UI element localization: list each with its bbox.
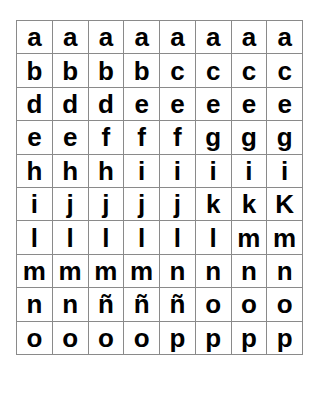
cell-letter: e	[277, 91, 291, 117]
cell-letter: n	[277, 258, 293, 284]
cell-letter: k	[206, 191, 220, 217]
cell-letter: a	[99, 24, 113, 50]
cell-letter: e	[63, 124, 77, 150]
cell-letter: i	[174, 158, 181, 184]
grid-cell: j	[53, 188, 89, 221]
cell-letter: e	[27, 124, 41, 150]
grid-cell: o	[232, 288, 268, 321]
cell-letter: n	[62, 291, 78, 317]
grid-cell: b	[17, 54, 53, 87]
grid-cell: b	[89, 54, 125, 87]
grid-cell: l	[160, 221, 196, 254]
cell-letter: l	[174, 225, 181, 251]
cell-letter: o	[241, 291, 257, 317]
cell-letter: K	[275, 191, 294, 217]
grid-cell: j	[160, 188, 196, 221]
grid-cell: K	[267, 188, 303, 221]
grid-cell: d	[89, 88, 125, 121]
grid-cell: c	[267, 54, 303, 87]
cell-letter: d	[62, 91, 78, 117]
grid-cell: e	[196, 88, 232, 121]
cell-letter: c	[206, 58, 220, 84]
cell-letter: n	[169, 258, 185, 284]
cell-letter: m	[59, 258, 82, 284]
cell-letter: l	[210, 225, 217, 251]
cell-letter: e	[134, 91, 148, 117]
cell-letter: o	[134, 325, 150, 351]
grid-cell: a	[17, 21, 53, 54]
cell-letter: ñ	[98, 291, 114, 317]
grid-cell: d	[53, 88, 89, 121]
cell-letter: p	[169, 325, 185, 351]
cell-letter: l	[31, 225, 38, 251]
grid-cell: f	[124, 121, 160, 154]
grid-cell: a	[232, 21, 268, 54]
cell-letter: c	[242, 58, 256, 84]
cell-letter: a	[27, 24, 41, 50]
cell-letter: e	[206, 91, 220, 117]
cell-letter: b	[26, 58, 42, 84]
grid-cell: o	[17, 322, 53, 355]
grid-cell: p	[232, 322, 268, 355]
grid-cell: m	[267, 221, 303, 254]
cell-letter: f	[102, 124, 111, 150]
cell-letter: l	[138, 225, 145, 251]
cell-letter: g	[241, 124, 257, 150]
grid-cell: j	[124, 188, 160, 221]
grid-cell: m	[53, 255, 89, 288]
cell-letter: m	[273, 225, 296, 251]
grid-cell: o	[196, 288, 232, 321]
grid-cell: n	[267, 255, 303, 288]
cell-letter: d	[26, 91, 42, 117]
cell-letter: p	[205, 325, 221, 351]
cell-letter: i	[31, 191, 38, 217]
cell-letter: o	[205, 291, 221, 317]
grid-cell: l	[124, 221, 160, 254]
cell-letter: a	[206, 24, 220, 50]
cell-letter: j	[102, 191, 109, 217]
cell-letter: h	[98, 158, 114, 184]
grid-cell: h	[53, 155, 89, 188]
grid-cell: g	[267, 121, 303, 154]
grid-cell: h	[89, 155, 125, 188]
grid-cell: o	[89, 322, 125, 355]
grid-cell: i	[124, 155, 160, 188]
grid-cell: a	[53, 21, 89, 54]
cell-letter: g	[277, 124, 293, 150]
cell-letter: p	[277, 325, 293, 351]
grid-cell: p	[196, 322, 232, 355]
grid-cell: o	[267, 288, 303, 321]
cell-letter: m	[94, 258, 117, 284]
worksheet-page: aaaaaaaabbbbccccdddeeeeeeefffggghhhiiiii…	[0, 0, 320, 414]
grid-cell: n	[160, 255, 196, 288]
cell-letter: l	[102, 225, 109, 251]
cell-letter: n	[205, 258, 221, 284]
grid-cell: m	[89, 255, 125, 288]
grid-cell: d	[17, 88, 53, 121]
grid-cell: a	[160, 21, 196, 54]
cell-letter: d	[98, 91, 114, 117]
cell-letter: e	[242, 91, 256, 117]
grid-cell: a	[267, 21, 303, 54]
cell-letter: i	[281, 158, 288, 184]
grid-cell: i	[232, 155, 268, 188]
grid-cell: n	[232, 255, 268, 288]
grid-cell: f	[160, 121, 196, 154]
grid-cell: n	[17, 288, 53, 321]
grid-cell: i	[160, 155, 196, 188]
cell-letter: j	[67, 191, 74, 217]
cell-letter: c	[277, 58, 291, 84]
grid-cell: k	[232, 188, 268, 221]
grid-cell: b	[53, 54, 89, 87]
cell-letter: a	[277, 24, 291, 50]
cell-letter: j	[138, 191, 145, 217]
grid-cell: a	[196, 21, 232, 54]
cell-letter: o	[62, 325, 78, 351]
grid-cell: e	[53, 121, 89, 154]
cell-letter: ñ	[134, 291, 150, 317]
cell-letter: b	[134, 58, 150, 84]
cell-letter: c	[170, 58, 184, 84]
cell-letter: i	[210, 158, 217, 184]
letter-grid: aaaaaaaabbbbccccdddeeeeeeefffggghhhiiiii…	[16, 20, 303, 355]
cell-letter: m	[23, 258, 46, 284]
cell-letter: a	[134, 24, 148, 50]
grid-cell: ñ	[89, 288, 125, 321]
cell-letter: a	[63, 24, 77, 50]
grid-cell: g	[196, 121, 232, 154]
cell-letter: n	[26, 291, 42, 317]
grid-cell: l	[196, 221, 232, 254]
grid-cell: i	[267, 155, 303, 188]
grid-cell: c	[232, 54, 268, 87]
cell-letter: p	[241, 325, 257, 351]
cell-letter: e	[170, 91, 184, 117]
cell-letter: o	[26, 325, 42, 351]
grid-cell: b	[124, 54, 160, 87]
grid-cell: g	[232, 121, 268, 154]
grid-cell: l	[89, 221, 125, 254]
cell-letter: h	[62, 158, 78, 184]
cell-letter: b	[62, 58, 78, 84]
grid-cell: l	[53, 221, 89, 254]
grid-cell: f	[89, 121, 125, 154]
grid-cell: e	[17, 121, 53, 154]
cell-letter: l	[67, 225, 74, 251]
grid-cell: l	[17, 221, 53, 254]
grid-cell: j	[89, 188, 125, 221]
grid-cell: n	[53, 288, 89, 321]
cell-letter: k	[242, 191, 256, 217]
grid-cell: c	[160, 54, 196, 87]
grid-cell: p	[160, 322, 196, 355]
grid-cell: i	[196, 155, 232, 188]
cell-letter: i	[245, 158, 252, 184]
grid-cell: e	[124, 88, 160, 121]
grid-cell: n	[196, 255, 232, 288]
cell-letter: o	[98, 325, 114, 351]
cell-letter: j	[174, 191, 181, 217]
cell-letter: o	[277, 291, 293, 317]
grid-cell: e	[232, 88, 268, 121]
grid-cell: c	[196, 54, 232, 87]
cell-letter: m	[237, 225, 260, 251]
grid-cell: h	[17, 155, 53, 188]
grid-cell: e	[160, 88, 196, 121]
cell-letter: a	[170, 24, 184, 50]
grid-cell: ñ	[160, 288, 196, 321]
grid-cell: i	[17, 188, 53, 221]
grid-cell: o	[53, 322, 89, 355]
grid-cell: a	[124, 21, 160, 54]
grid-cell: m	[124, 255, 160, 288]
grid-cell: o	[124, 322, 160, 355]
cell-letter: i	[138, 158, 145, 184]
grid-cell: m	[17, 255, 53, 288]
cell-letter: ñ	[169, 291, 185, 317]
cell-letter: b	[98, 58, 114, 84]
grid-cell: p	[267, 322, 303, 355]
cell-letter: f	[173, 124, 182, 150]
grid-cell: ñ	[124, 288, 160, 321]
grid-cell: a	[89, 21, 125, 54]
cell-letter: f	[137, 124, 146, 150]
cell-letter: h	[26, 158, 42, 184]
cell-letter: n	[241, 258, 257, 284]
grid-cell: k	[196, 188, 232, 221]
cell-letter: m	[130, 258, 153, 284]
cell-letter: a	[242, 24, 256, 50]
cell-letter: g	[205, 124, 221, 150]
grid-cell: e	[267, 88, 303, 121]
grid-cell: m	[232, 221, 268, 254]
